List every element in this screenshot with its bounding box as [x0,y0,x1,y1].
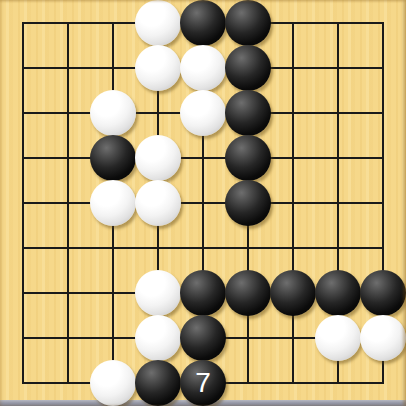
black-stone[interactable] [225,45,271,91]
grid-vline [22,179,24,226]
grid-hline [22,22,47,24]
grid-vline [112,270,114,317]
grid-hline [22,337,47,339]
grid-vline [382,134,384,181]
grid-vline [292,22,294,47]
intersection-h7[interactable] [316,271,361,316]
white-stone[interactable] [135,135,181,181]
black-stone[interactable] [360,270,406,316]
grid-vline [67,22,69,47]
intersection-f3[interactable] [226,90,271,135]
intersection-g1[interactable] [271,0,316,45]
grid-vline [247,315,249,362]
move-number-label: 7 [195,369,211,397]
intersection-e1[interactable] [180,0,225,45]
intersection-i4[interactable] [361,135,406,180]
intersection-i9[interactable] [361,361,406,406]
intersection-a1[interactable] [0,0,45,45]
grid-vline [292,134,294,181]
intersection-b9[interactable] [45,361,90,406]
grid-vline [22,270,24,317]
grid-vline [382,225,384,272]
intersection-f1[interactable] [226,0,271,45]
black-stone[interactable] [225,270,271,316]
intersection-a9[interactable] [0,361,45,406]
white-stone[interactable] [180,45,226,91]
intersection-b6[interactable] [45,226,90,271]
intersection-f5[interactable] [226,180,271,225]
grid-hline [22,382,47,384]
intersection-i5[interactable] [361,180,406,225]
intersection-b2[interactable] [45,45,90,90]
intersection-b3[interactable] [45,90,90,135]
grid-vline [337,134,339,181]
grid-hline [360,247,385,249]
grid-vline [247,225,249,272]
white-stone[interactable] [180,90,226,136]
grid-vline [337,225,339,272]
intersection-g3[interactable] [271,90,316,135]
intersection-d7[interactable] [135,271,180,316]
intersection-h4[interactable] [316,135,361,180]
intersection-g7[interactable] [271,271,316,316]
white-stone[interactable] [135,45,181,91]
intersection-f7[interactable] [226,271,271,316]
grid-vline [337,22,339,47]
white-stone[interactable] [135,0,181,46]
black-stone[interactable] [225,0,271,46]
grid-vline [112,44,114,91]
intersection-g8[interactable] [271,316,316,361]
grid-vline [382,179,384,226]
intersection-d1[interactable] [135,0,180,45]
intersection-e8[interactable] [180,316,225,361]
grid-vline [202,179,204,226]
black-stone[interactable] [315,270,361,316]
grid-vline [22,44,24,91]
intersection-a2[interactable] [0,45,45,90]
intersection-f4[interactable] [226,135,271,180]
intersection-i1[interactable] [361,0,406,45]
grid-vline [382,22,384,47]
grid-vline [382,360,384,385]
intersection-a3[interactable] [0,90,45,135]
grid-vline [337,89,339,136]
intersection-e5[interactable] [180,180,225,225]
intersection-d8[interactable] [135,316,180,361]
black-stone[interactable] [180,0,226,46]
intersection-h1[interactable] [316,0,361,45]
grid-hline [22,157,47,159]
intersection-b1[interactable] [45,0,90,45]
intersection-a8[interactable] [0,316,45,361]
intersection-h2[interactable] [316,45,361,90]
grid-hline [360,157,385,159]
grid-hline [360,112,385,114]
white-stone[interactable] [90,90,136,136]
intersection-e3[interactable] [180,90,225,135]
go-board: 7 [0,0,406,406]
grid-vline [67,44,69,91]
intersection-a5[interactable] [0,180,45,225]
grid-hline [360,22,385,24]
white-stone[interactable] [90,180,136,226]
black-stone[interactable] [180,270,226,316]
grid-hline [360,202,385,204]
grid-vline [157,225,159,272]
board-grid: 7 [0,0,406,406]
white-stone[interactable] [135,180,181,226]
intersection-i2[interactable] [361,45,406,90]
grid-vline [22,225,24,272]
intersection-g4[interactable] [271,135,316,180]
white-stone[interactable] [360,315,406,361]
intersection-d9[interactable] [135,361,180,406]
grid-vline [67,270,69,317]
grid-vline [67,315,69,362]
intersection-d5[interactable] [135,180,180,225]
intersection-c8[interactable] [90,316,135,361]
black-stone[interactable] [270,270,316,316]
intersection-e4[interactable] [180,135,225,180]
intersection-g9[interactable] [271,361,316,406]
intersection-f8[interactable] [226,316,271,361]
intersection-c1[interactable] [90,0,135,45]
black-stone[interactable] [180,315,226,361]
grid-vline [112,315,114,362]
intersection-g2[interactable] [271,45,316,90]
black-stone[interactable] [135,360,181,406]
black-stone[interactable] [90,135,136,181]
intersection-h8[interactable] [316,316,361,361]
intersection-i7[interactable] [361,271,406,316]
black-stone[interactable] [225,135,271,181]
grid-vline [292,360,294,385]
intersection-g6[interactable] [271,226,316,271]
intersection-i8[interactable] [361,316,406,361]
intersection-b5[interactable] [45,180,90,225]
intersection-i6[interactable] [361,226,406,271]
intersection-d2[interactable] [135,45,180,90]
intersection-a6[interactable] [0,226,45,271]
grid-hline [22,247,47,249]
white-stone[interactable] [90,360,136,406]
grid-vline [337,179,339,226]
grid-vline [337,360,339,385]
intersection-b4[interactable] [45,135,90,180]
grid-vline [112,22,114,47]
intersection-h9[interactable] [316,361,361,406]
intersection-c3[interactable] [90,90,135,135]
grid-vline [292,89,294,136]
grid-hline [22,67,47,69]
grid-vline [292,315,294,362]
grid-vline [292,225,294,272]
intersection-a4[interactable] [0,135,45,180]
grid-vline [67,179,69,226]
grid-vline [67,89,69,136]
intersection-i3[interactable] [361,90,406,135]
grid-vline [202,134,204,181]
intersection-h5[interactable] [316,180,361,225]
grid-hline [360,67,385,69]
grid-vline [292,179,294,226]
intersection-e6[interactable] [180,226,225,271]
grid-vline [112,225,114,272]
black-stone[interactable]: 7 [180,360,226,406]
grid-vline [22,315,24,362]
grid-vline [22,22,24,47]
grid-vline [202,225,204,272]
intersection-c9[interactable] [90,361,135,406]
grid-vline [382,44,384,91]
black-stone[interactable] [225,90,271,136]
grid-vline [67,360,69,385]
intersection-g5[interactable] [271,180,316,225]
grid-vline [382,89,384,136]
intersection-h3[interactable] [316,90,361,135]
black-stone[interactable] [225,180,271,226]
grid-vline [22,89,24,136]
intersection-c2[interactable] [90,45,135,90]
intersection-e7[interactable] [180,271,225,316]
intersection-a7[interactable] [0,271,45,316]
intersection-b8[interactable] [45,316,90,361]
intersection-c5[interactable] [90,180,135,225]
grid-vline [67,225,69,272]
intersection-f9[interactable] [226,361,271,406]
grid-vline [67,134,69,181]
grid-vline [22,134,24,181]
intersection-f6[interactable] [226,226,271,271]
grid-hline [22,292,47,294]
intersection-c6[interactable] [90,226,135,271]
intersection-c7[interactable] [90,271,135,316]
intersection-f2[interactable] [226,45,271,90]
grid-hline [22,202,47,204]
intersection-d6[interactable] [135,226,180,271]
intersection-e2[interactable] [180,45,225,90]
intersection-e9[interactable]: 7 [180,361,225,406]
intersection-h6[interactable] [316,226,361,271]
grid-hline [360,382,385,384]
grid-vline [157,89,159,136]
intersection-b7[interactable] [45,271,90,316]
grid-vline [247,360,249,385]
grid-hline [22,112,47,114]
grid-vline [337,44,339,91]
intersection-d4[interactable] [135,135,180,180]
grid-vline [292,44,294,91]
intersection-d3[interactable] [135,90,180,135]
white-stone[interactable] [315,315,361,361]
intersection-c4[interactable] [90,135,135,180]
white-stone[interactable] [135,315,181,361]
grid-vline [22,360,24,385]
white-stone[interactable] [135,270,181,316]
